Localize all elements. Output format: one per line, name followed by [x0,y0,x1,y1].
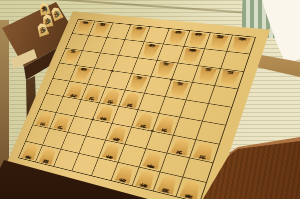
piece-kanji: 歩兵 [200,150,209,152]
piece-kanji: 歩兵 [162,123,170,124]
piece-3b-white-r[interactable]: 飛車 [180,48,201,64]
piece-2i-black-n[interactable]: 桂馬 [156,174,179,195]
piece-5g-black-g[interactable]: 金将 [108,125,129,143]
piece-kanji: 銀将 [193,39,201,40]
piece-2g-black-p[interactable]: 歩兵 [170,137,193,156]
piece-kanji: 金将 [121,173,129,175]
shogi-game-photo: 角歩歩歩 香車桂馬金将金将銀将桂馬香車玉将飛車歩兵歩兵歩兵歩兵銀将歩兵歩兵角行歩… [0,0,300,199]
piece-kanji: 歩兵 [128,99,135,100]
piece-3f-black-p[interactable]: 歩兵 [155,115,177,133]
piece-kanji: 金将 [173,37,181,38]
piece-4c-white-p[interactable]: 歩兵 [154,62,175,78]
piece-kanji: 歩兵 [109,96,116,97]
piece-4a-white-g[interactable]: 金将 [166,30,187,45]
piece-kanji: 香車 [237,44,246,45]
piece-1g-black-p[interactable]: 歩兵 [192,141,216,161]
floor-edge [0,20,9,199]
piece-5e-black-p[interactable]: 歩兵 [121,92,142,109]
piece-4f-black-p[interactable]: 歩兵 [135,112,156,130]
piece-1c-white-p[interactable]: 歩兵 [217,70,240,87]
piece-kanji: 歩兵 [90,93,97,94]
piece-kanji: 歩兵 [175,89,183,90]
piece-kanji: 飛車 [187,56,195,57]
piece-5d-white-p[interactable]: 歩兵 [128,75,149,91]
piece-kanji: 角行 [72,90,79,91]
piece-kanji: 玉将 [108,150,116,152]
piece-kanji: 香車 [80,27,86,28]
piece-kanji: 金将 [115,133,122,135]
piece-kanji: 桂馬 [45,155,52,157]
piece-3a-white-s[interactable]: 銀将 [186,32,207,47]
piece-5b-white-k[interactable]: 玉将 [140,43,160,58]
piece-kanji: 銀将 [79,74,86,75]
piece-kanji: 桂馬 [98,29,105,30]
piece-kanji: 香車 [187,188,196,190]
piece-3i-black-s[interactable]: 銀将 [135,169,157,189]
piece-3d-white-p[interactable]: 歩兵 [168,81,190,98]
piece-4i-black-g[interactable]: 金将 [114,164,136,184]
piece-kanji: 歩兵 [225,78,234,79]
piece-kanji: 銀将 [102,112,109,113]
piece-kanji: 歩兵 [177,145,185,147]
piece-kanji: 桂馬 [164,183,172,185]
piece-2a-white-n[interactable]: 桂馬 [207,34,229,50]
piece-3h-black-r[interactable]: 飛車 [142,151,164,170]
piece-kanji: 歩兵 [41,118,48,119]
piece-kanji: 玉将 [147,51,154,52]
piece-kanji: 歩兵 [68,56,74,57]
piece-5h-black-k[interactable]: 玉将 [101,142,122,160]
piece-kanji: 飛車 [149,159,157,161]
piece-kanji: 歩兵 [141,120,149,121]
piece-kanji: 歩兵 [202,75,210,76]
piece-kanji: 桂馬 [214,42,222,43]
piece-2c-white-p[interactable]: 歩兵 [195,67,217,84]
piece-1a-white-l[interactable]: 香車 [229,36,252,52]
piece-kanji: 歩兵 [59,122,66,123]
piece-1i-black-l[interactable]: 香車 [179,179,203,199]
piece-kanji: 金将 [134,33,141,34]
piece-kanji: 銀将 [142,178,150,180]
piece-kanji: 歩兵 [134,83,141,84]
piece-kanji: 香車 [27,151,34,153]
piece-kanji: 歩兵 [160,69,168,70]
square-1i[interactable]: 香車 [176,177,206,199]
